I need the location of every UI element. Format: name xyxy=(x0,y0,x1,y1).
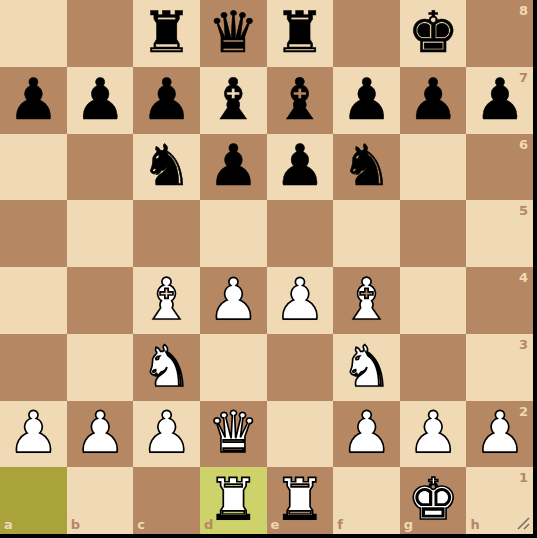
square-g7[interactable]: ♟ xyxy=(400,67,467,134)
square-f2[interactable]: ♟ xyxy=(333,401,400,468)
piece-white-pawn-f2[interactable]: ♟ xyxy=(341,404,392,461)
piece-white-queen-d2[interactable]: ♛ xyxy=(208,404,259,461)
piece-white-knight-c3[interactable]: ♞ xyxy=(141,338,192,395)
square-g6[interactable] xyxy=(400,134,467,201)
square-c2[interactable]: ♟ xyxy=(133,401,200,468)
piece-white-pawn-a2[interactable]: ♟ xyxy=(8,404,59,461)
square-g3[interactable] xyxy=(400,334,467,401)
coord-rank-8: 8 xyxy=(519,4,528,17)
piece-black-pawn-d6[interactable]: ♟ xyxy=(208,137,259,194)
piece-white-pawn-g2[interactable]: ♟ xyxy=(408,404,459,461)
piece-black-pawn-e6[interactable]: ♟ xyxy=(274,137,325,194)
piece-black-king-g8[interactable]: ♚ xyxy=(408,4,459,61)
coord-rank-6: 6 xyxy=(519,138,528,151)
square-a2[interactable]: ♟ xyxy=(0,401,67,468)
square-d1[interactable]: ♜d xyxy=(200,467,267,534)
square-f4[interactable]: ♝ xyxy=(333,267,400,334)
square-e2[interactable] xyxy=(267,401,334,468)
square-f5[interactable] xyxy=(333,200,400,267)
square-a3[interactable] xyxy=(0,334,67,401)
square-g8[interactable]: ♚ xyxy=(400,0,467,67)
square-e8[interactable]: ♜ xyxy=(267,0,334,67)
piece-black-pawn-h7[interactable]: ♟ xyxy=(474,71,525,128)
square-a7[interactable]: ♟ xyxy=(0,67,67,134)
piece-white-king-g1[interactable]: ♚ xyxy=(408,471,459,528)
coord-file-a: a xyxy=(4,518,13,531)
square-d2[interactable]: ♛ xyxy=(200,401,267,468)
square-a1[interactable]: a xyxy=(0,467,67,534)
square-c3[interactable]: ♞ xyxy=(133,334,200,401)
square-b3[interactable] xyxy=(67,334,134,401)
square-c4[interactable]: ♝ xyxy=(133,267,200,334)
square-f1[interactable]: f xyxy=(333,467,400,534)
square-h8[interactable]: 8 xyxy=(466,0,533,67)
square-b2[interactable]: ♟ xyxy=(67,401,134,468)
square-a8[interactable] xyxy=(0,0,67,67)
square-b1[interactable]: b xyxy=(67,467,134,534)
piece-black-rook-c8[interactable]: ♜ xyxy=(141,4,192,61)
square-e7[interactable]: ♝ xyxy=(267,67,334,134)
square-c7[interactable]: ♟ xyxy=(133,67,200,134)
piece-white-knight-f3[interactable]: ♞ xyxy=(341,338,392,395)
coord-rank-4: 4 xyxy=(519,271,528,284)
piece-white-pawn-b2[interactable]: ♟ xyxy=(74,404,125,461)
piece-black-bishop-d7[interactable]: ♝ xyxy=(208,71,259,128)
square-h6[interactable]: 6 xyxy=(466,134,533,201)
square-h5[interactable]: 5 xyxy=(466,200,533,267)
piece-black-pawn-a7[interactable]: ♟ xyxy=(8,71,59,128)
square-a4[interactable] xyxy=(0,267,67,334)
square-f7[interactable]: ♟ xyxy=(333,67,400,134)
piece-white-pawn-d4[interactable]: ♟ xyxy=(208,271,259,328)
square-e4[interactable]: ♟ xyxy=(267,267,334,334)
piece-black-pawn-f7[interactable]: ♟ xyxy=(341,71,392,128)
square-b7[interactable]: ♟ xyxy=(67,67,134,134)
square-f8[interactable] xyxy=(333,0,400,67)
square-a5[interactable] xyxy=(0,200,67,267)
coord-file-b: b xyxy=(71,518,80,531)
piece-white-rook-d1[interactable]: ♜ xyxy=(208,471,259,528)
square-c6[interactable]: ♞ xyxy=(133,134,200,201)
piece-black-pawn-c7[interactable]: ♟ xyxy=(141,71,192,128)
square-g5[interactable] xyxy=(400,200,467,267)
square-b8[interactable] xyxy=(67,0,134,67)
square-b6[interactable] xyxy=(67,134,134,201)
board: ♜♛♜♚8♟♟♟♝♝♟♟♟7♞♟♟♞65♝♟♟♝4♞♞3♟♟♟♛♟♟♟2abc♜… xyxy=(0,0,533,534)
square-e6[interactable]: ♟ xyxy=(267,134,334,201)
square-g1[interactable]: ♚g xyxy=(400,467,467,534)
piece-black-queen-d8[interactable]: ♛ xyxy=(208,4,259,61)
square-b5[interactable] xyxy=(67,200,134,267)
piece-white-rook-e1[interactable]: ♜ xyxy=(274,471,325,528)
piece-white-bishop-c4[interactable]: ♝ xyxy=(141,271,192,328)
square-a6[interactable] xyxy=(0,134,67,201)
piece-black-knight-c6[interactable]: ♞ xyxy=(141,137,192,194)
square-d8[interactable]: ♛ xyxy=(200,0,267,67)
square-e1[interactable]: ♜e xyxy=(267,467,334,534)
square-h4[interactable]: 4 xyxy=(466,267,533,334)
square-c8[interactable]: ♜ xyxy=(133,0,200,67)
piece-white-pawn-c2[interactable]: ♟ xyxy=(141,404,192,461)
chess-board-frame: ♜♛♜♚8♟♟♟♝♝♟♟♟7♞♟♟♞65♝♟♟♝4♞♞3♟♟♟♛♟♟♟2abc♜… xyxy=(0,0,537,538)
resize-handle-icon[interactable] xyxy=(515,515,531,531)
coord-rank-3: 3 xyxy=(519,338,528,351)
piece-black-knight-f6[interactable]: ♞ xyxy=(341,137,392,194)
square-b4[interactable] xyxy=(67,267,134,334)
coord-rank-5: 5 xyxy=(519,204,528,217)
square-h2[interactable]: ♟2 xyxy=(466,401,533,468)
piece-white-pawn-e4[interactable]: ♟ xyxy=(274,271,325,328)
piece-black-pawn-g7[interactable]: ♟ xyxy=(408,71,459,128)
square-e3[interactable] xyxy=(267,334,334,401)
piece-black-rook-e8[interactable]: ♜ xyxy=(274,4,325,61)
square-g4[interactable] xyxy=(400,267,467,334)
square-g2[interactable]: ♟ xyxy=(400,401,467,468)
square-c1[interactable]: c xyxy=(133,467,200,534)
coord-file-f: f xyxy=(337,518,343,531)
coord-rank-1: 1 xyxy=(519,471,528,484)
square-e5[interactable] xyxy=(267,200,334,267)
piece-black-pawn-b7[interactable]: ♟ xyxy=(74,71,125,128)
square-d3[interactable] xyxy=(200,334,267,401)
square-f6[interactable]: ♞ xyxy=(333,134,400,201)
square-h7[interactable]: ♟7 xyxy=(466,67,533,134)
square-f3[interactable]: ♞ xyxy=(333,334,400,401)
piece-white-bishop-f4[interactable]: ♝ xyxy=(341,271,392,328)
square-d7[interactable]: ♝ xyxy=(200,67,267,134)
coord-file-c: c xyxy=(137,518,145,531)
piece-black-bishop-e7[interactable]: ♝ xyxy=(274,71,325,128)
square-d4[interactable]: ♟ xyxy=(200,267,267,334)
square-d6[interactable]: ♟ xyxy=(200,134,267,201)
square-h3[interactable]: 3 xyxy=(466,334,533,401)
coord-file-h: h xyxy=(470,518,479,531)
square-c5[interactable] xyxy=(133,200,200,267)
square-d5[interactable] xyxy=(200,200,267,267)
piece-white-pawn-h2[interactable]: ♟ xyxy=(474,404,525,461)
